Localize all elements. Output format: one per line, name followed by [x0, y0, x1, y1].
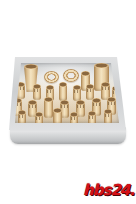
product-photo: hbs24.	[0, 0, 136, 204]
tray-interior	[0, 0, 136, 204]
nozzle-tube-ring	[63, 69, 79, 82]
nozzle-tube-ring	[44, 71, 59, 83]
nozzle-tube-crown	[18, 112, 26, 124]
logo-text: hbs24.	[83, 183, 134, 198]
nozzle-tube-crown	[73, 87, 81, 101]
nozzle-tube-crown	[104, 111, 112, 124]
watermark-logo: hbs24.	[74, 179, 134, 201]
nozzle-tube-plain	[59, 84, 67, 101]
nozzle-tube-plain	[44, 99, 53, 118]
nozzle-tube-crown	[33, 86, 41, 100]
nozzle-tube-plain	[53, 110, 62, 124]
